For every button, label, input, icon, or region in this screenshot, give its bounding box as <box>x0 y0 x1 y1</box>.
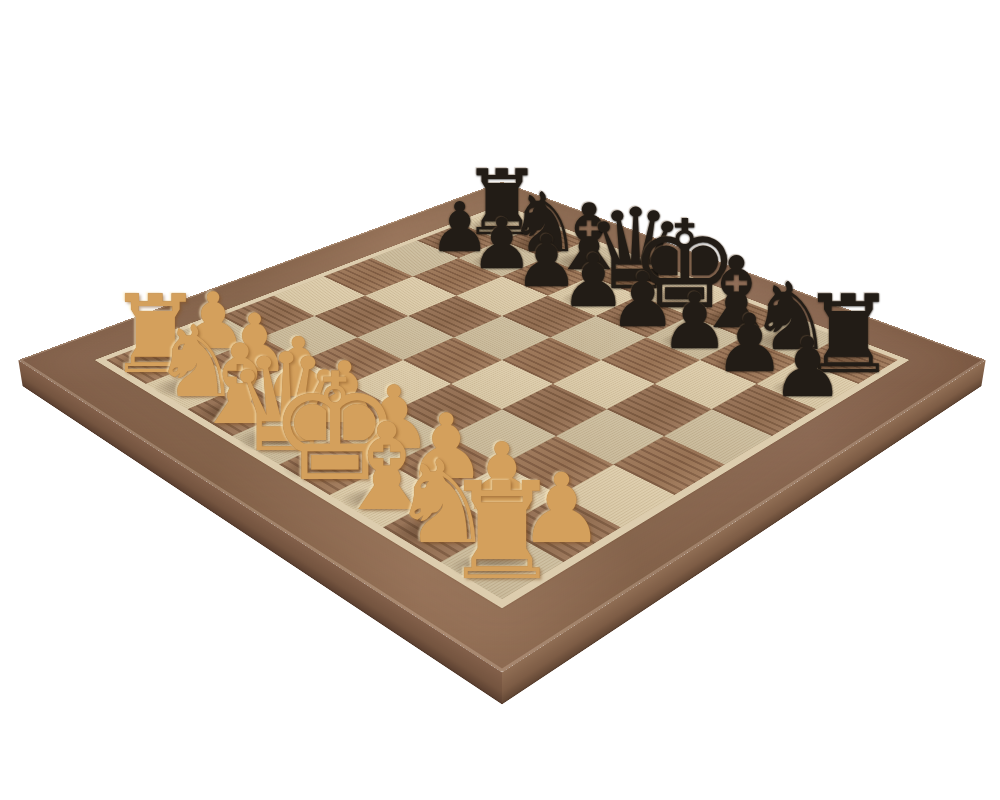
square-h7 <box>757 360 859 409</box>
square-c1 <box>187 384 292 436</box>
square-h4 <box>613 436 724 495</box>
square-h2 <box>502 495 621 562</box>
square-g3 <box>502 436 613 495</box>
chess-board <box>18 182 985 673</box>
square-h1 <box>440 527 563 599</box>
square-f5 <box>553 360 655 409</box>
square-f4 <box>502 384 607 436</box>
square-g5 <box>607 384 712 436</box>
square-g6 <box>655 360 757 409</box>
square-h3 <box>560 465 675 528</box>
square-e3 <box>397 384 502 436</box>
chess-set-photo: ♜♞♝♛♚♝♞♜♟♟♟♟♟♟♟♟♟♟♟♟♟♟♟♟♜♞♝♛♚♝♞♜ <box>0 0 1000 800</box>
square-g2 <box>444 465 559 528</box>
square-f3 <box>448 409 556 464</box>
square-f1 <box>329 465 444 528</box>
square-d2 <box>292 384 397 436</box>
board-scene <box>0 0 1000 800</box>
square-d1 <box>232 409 340 464</box>
square-e2 <box>340 409 448 464</box>
square-g1 <box>383 495 502 562</box>
square-g4 <box>556 409 664 464</box>
square-d3 <box>349 360 451 409</box>
square-h5 <box>664 409 772 464</box>
square-e4 <box>451 360 553 409</box>
square-e1 <box>279 436 390 495</box>
square-b1 <box>146 360 248 409</box>
square-c2 <box>247 360 349 409</box>
square-f2 <box>391 436 502 495</box>
board-squares-grid <box>106 208 898 599</box>
